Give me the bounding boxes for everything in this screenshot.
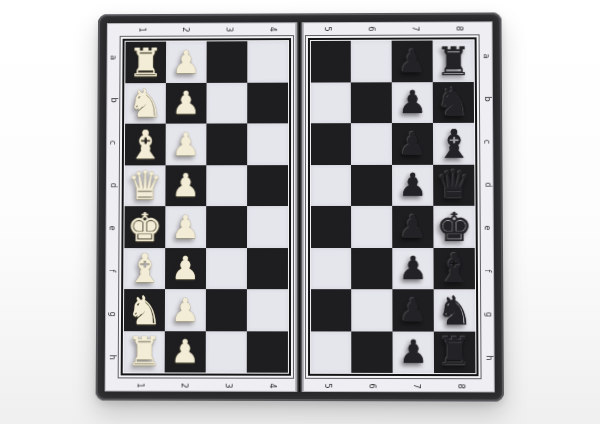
square-a1[interactable]: ♜ bbox=[125, 42, 166, 83]
square-b7[interactable]: ♟ bbox=[392, 82, 433, 123]
white-knight-g1[interactable]: ♞ bbox=[124, 289, 165, 331]
white-bishop-c1[interactable]: ♝ bbox=[125, 124, 166, 165]
white-rook-h1[interactable]: ♜ bbox=[124, 331, 165, 373]
black-pawn-e7[interactable]: ♟ bbox=[392, 206, 433, 248]
square-e1[interactable]: ♚ bbox=[124, 206, 165, 247]
square-h7[interactable]: ♟ bbox=[393, 331, 434, 373]
rank-labels-top-left: 1234 bbox=[120, 22, 294, 36]
file-label-b: b bbox=[482, 96, 490, 101]
square-e3[interactable] bbox=[206, 206, 247, 247]
square-d8[interactable]: ♛ bbox=[433, 164, 474, 206]
rank-label-2: 2 bbox=[179, 383, 187, 388]
square-a7[interactable]: ♟ bbox=[392, 40, 433, 81]
square-a2[interactable]: ♟ bbox=[166, 41, 207, 82]
file-label-e: e bbox=[483, 225, 491, 230]
square-h1[interactable]: ♜ bbox=[124, 331, 165, 373]
square-f4[interactable] bbox=[247, 248, 288, 290]
white-pawn-b2[interactable]: ♟ bbox=[166, 82, 207, 123]
square-e8[interactable]: ♚ bbox=[433, 206, 474, 248]
squares-right-half: ♟♜♟♞♟♝♟♛♟♚♟♝♟♞♟♜ bbox=[310, 40, 475, 373]
square-a8[interactable]: ♜ bbox=[433, 40, 474, 81]
square-c7[interactable]: ♟ bbox=[392, 123, 433, 164]
white-pawn-g2[interactable]: ♟ bbox=[165, 289, 206, 331]
square-a3[interactable] bbox=[206, 41, 247, 82]
square-b1[interactable]: ♞ bbox=[125, 83, 166, 124]
white-knight-b1[interactable]: ♞ bbox=[125, 83, 166, 124]
square-f1[interactable]: ♝ bbox=[124, 248, 165, 290]
square-b2[interactable]: ♟ bbox=[166, 82, 207, 123]
square-h8[interactable]: ♜ bbox=[434, 331, 476, 373]
rank-labels-top-right: 5678 bbox=[304, 21, 479, 35]
square-g4[interactable] bbox=[246, 289, 287, 331]
black-pawn-h7[interactable]: ♟ bbox=[393, 331, 434, 373]
black-rook-a8[interactable]: ♜ bbox=[433, 40, 474, 81]
square-f3[interactable] bbox=[206, 248, 247, 290]
black-king-e8[interactable]: ♚ bbox=[433, 206, 474, 248]
square-e2[interactable]: ♟ bbox=[165, 206, 206, 247]
rank-label-7: 7 bbox=[410, 26, 418, 31]
square-b5[interactable] bbox=[310, 82, 351, 123]
file-label-c: c bbox=[109, 140, 117, 144]
file-label-b: b bbox=[109, 97, 117, 102]
square-b4[interactable] bbox=[247, 82, 288, 123]
file-label-a: a bbox=[109, 55, 117, 60]
black-bishop-c8[interactable]: ♝ bbox=[433, 123, 474, 165]
white-pawn-h2[interactable]: ♟ bbox=[165, 331, 206, 373]
square-d3[interactable] bbox=[206, 165, 247, 206]
square-g8[interactable]: ♞ bbox=[434, 289, 475, 331]
square-c6[interactable] bbox=[351, 123, 392, 164]
file-label-h: h bbox=[484, 355, 492, 360]
white-pawn-a2[interactable]: ♟ bbox=[166, 41, 207, 82]
square-e4[interactable] bbox=[247, 206, 288, 248]
rank-label-1: 1 bbox=[136, 382, 144, 387]
rank-label-6: 6 bbox=[366, 26, 374, 31]
file-label-c: c bbox=[483, 139, 491, 143]
square-c4[interactable] bbox=[247, 123, 288, 164]
square-c3[interactable] bbox=[206, 123, 247, 164]
rank-labels-bottom-right: 5678 bbox=[305, 379, 482, 393]
file-label-g: g bbox=[484, 311, 492, 316]
file-label-e: e bbox=[108, 225, 116, 230]
black-pawn-g7[interactable]: ♟ bbox=[393, 289, 434, 331]
square-e6[interactable] bbox=[351, 206, 392, 248]
white-king-e1[interactable]: ♚ bbox=[124, 206, 165, 247]
file-label-f: f bbox=[108, 269, 116, 272]
square-e5[interactable] bbox=[310, 206, 351, 248]
square-h3[interactable] bbox=[205, 331, 246, 373]
chess-board: 1234 abcdefgh ♜♟♞♟♝♟♛♟♚♟♝♟♞♟♜♟ 1234 5678… bbox=[96, 12, 504, 401]
black-knight-g8[interactable]: ♞ bbox=[434, 289, 475, 331]
square-g5[interactable] bbox=[311, 289, 352, 331]
black-queen-d8[interactable]: ♛ bbox=[433, 164, 474, 206]
square-f8[interactable]: ♝ bbox=[434, 247, 475, 289]
white-pawn-d2[interactable]: ♟ bbox=[165, 165, 206, 206]
square-a4[interactable] bbox=[247, 41, 288, 82]
square-d5[interactable] bbox=[310, 164, 351, 205]
white-pawn-c2[interactable]: ♟ bbox=[165, 124, 206, 165]
square-h2[interactable]: ♟ bbox=[165, 331, 206, 373]
file-label-g: g bbox=[108, 311, 116, 316]
square-g3[interactable] bbox=[206, 289, 247, 331]
rank-label-4: 4 bbox=[268, 26, 276, 31]
square-f6[interactable] bbox=[351, 247, 392, 289]
square-d1[interactable]: ♛ bbox=[125, 165, 166, 206]
black-bishop-f8[interactable]: ♝ bbox=[434, 247, 475, 289]
square-e7[interactable]: ♟ bbox=[392, 206, 433, 248]
square-g6[interactable] bbox=[352, 289, 393, 331]
square-d4[interactable] bbox=[247, 165, 288, 206]
rank-label-1: 1 bbox=[137, 27, 145, 32]
black-rook-h8[interactable]: ♜ bbox=[434, 331, 476, 373]
rank-label-3: 3 bbox=[224, 26, 232, 31]
square-h6[interactable] bbox=[352, 331, 393, 373]
file-label-d: d bbox=[108, 182, 116, 187]
square-a5[interactable] bbox=[310, 41, 351, 82]
board-right-half: 5678 abcdefgh ♟♜♟♞♟♝♟♛♟♚♟♝♟♞♟♜ 5678 bbox=[302, 21, 494, 392]
file-label-a: a bbox=[482, 53, 490, 58]
file-labels-right: abcdefgh bbox=[480, 34, 495, 379]
white-bishop-f1[interactable]: ♝ bbox=[124, 248, 165, 290]
square-d7[interactable]: ♟ bbox=[392, 164, 433, 206]
square-f7[interactable]: ♟ bbox=[393, 247, 434, 289]
white-rook-a1[interactable]: ♜ bbox=[125, 42, 166, 83]
square-h4[interactable] bbox=[246, 331, 287, 373]
rank-label-5: 5 bbox=[323, 383, 331, 388]
black-pawn-f7[interactable]: ♟ bbox=[393, 247, 434, 289]
square-f2[interactable]: ♟ bbox=[165, 248, 206, 290]
square-c2[interactable]: ♟ bbox=[165, 124, 206, 165]
rank-label-5: 5 bbox=[322, 26, 330, 31]
rank-label-4: 4 bbox=[267, 383, 275, 388]
black-pawn-b7[interactable]: ♟ bbox=[392, 82, 433, 123]
photo-stage: 1234 abcdefgh ♜♟♞♟♝♟♛♟♚♟♝♟♞♟♜♟ 1234 5678… bbox=[0, 0, 600, 424]
square-b8[interactable]: ♞ bbox=[433, 82, 474, 123]
grid-border: ♜♟♞♟♝♟♛♟♚♟♝♟♞♟♜♟ bbox=[118, 35, 294, 379]
square-c1[interactable]: ♝ bbox=[125, 124, 166, 165]
rank-label-2: 2 bbox=[181, 27, 189, 32]
rank-label-8: 8 bbox=[455, 383, 463, 388]
square-d6[interactable] bbox=[351, 164, 392, 206]
square-g7[interactable]: ♟ bbox=[393, 289, 434, 331]
square-b3[interactable] bbox=[206, 82, 247, 123]
white-pawn-e2[interactable]: ♟ bbox=[165, 206, 206, 247]
rank-label-3: 3 bbox=[223, 383, 231, 388]
black-knight-b8[interactable]: ♞ bbox=[433, 82, 474, 123]
black-pawn-a7[interactable]: ♟ bbox=[392, 40, 433, 81]
rank-label-6: 6 bbox=[367, 383, 375, 388]
white-queen-d1[interactable]: ♛ bbox=[125, 165, 166, 206]
square-h5[interactable] bbox=[311, 331, 352, 373]
square-a6[interactable] bbox=[351, 41, 392, 82]
square-c8[interactable]: ♝ bbox=[433, 123, 474, 165]
file-label-d: d bbox=[483, 182, 491, 187]
file-label-h: h bbox=[107, 354, 115, 359]
square-c5[interactable] bbox=[310, 123, 351, 164]
square-g1[interactable]: ♞ bbox=[124, 289, 165, 331]
rank-label-8: 8 bbox=[454, 25, 462, 30]
square-f5[interactable] bbox=[311, 248, 352, 290]
rank-labels-bottom-left: 1234 bbox=[118, 378, 294, 392]
board-hinge-seam bbox=[295, 22, 302, 392]
black-pawn-c7[interactable]: ♟ bbox=[392, 123, 433, 164]
black-pawn-d7[interactable]: ♟ bbox=[392, 164, 433, 206]
grid-border: ♟♜♟♞♟♝♟♛♟♚♟♝♟♞♟♜ bbox=[304, 34, 481, 379]
square-b6[interactable] bbox=[351, 82, 392, 123]
file-label-f: f bbox=[483, 269, 491, 272]
rank-label-7: 7 bbox=[411, 383, 419, 388]
white-pawn-f2[interactable]: ♟ bbox=[165, 248, 206, 290]
square-g2[interactable]: ♟ bbox=[165, 289, 206, 331]
board-left-half: 1234 abcdefgh ♜♟♞♟♝♟♛♟♚♟♝♟♞♟♜♟ 1234 bbox=[105, 22, 296, 392]
squares-left-half: ♜♟♞♟♝♟♛♟♚♟♝♟♞♟♜♟ bbox=[124, 41, 288, 373]
square-d2[interactable]: ♟ bbox=[165, 165, 206, 206]
